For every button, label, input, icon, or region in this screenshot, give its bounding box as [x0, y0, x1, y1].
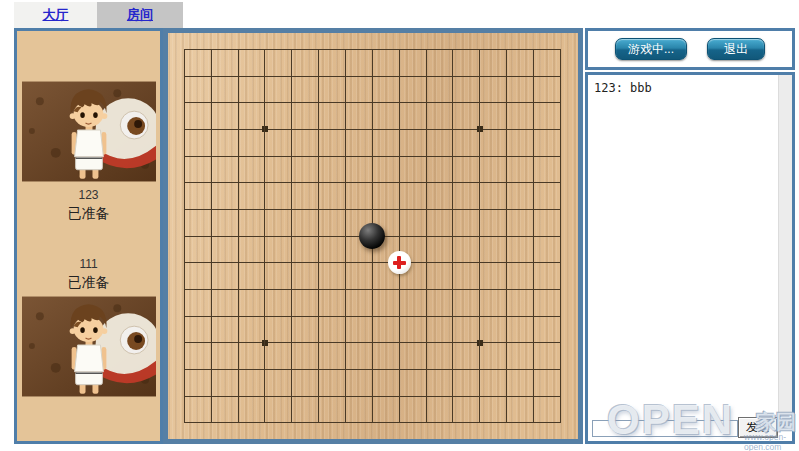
- intersection-g5[interactable]: [332, 303, 359, 330]
- intersection-f5[interactable]: [305, 303, 332, 330]
- intersection-m4[interactable]: [493, 330, 520, 357]
- intersection-g8[interactable]: [332, 223, 359, 250]
- intersection-j4[interactable]: [413, 330, 440, 357]
- tab-room[interactable]: 房间: [97, 2, 183, 28]
- intersection-k6[interactable]: [439, 276, 466, 303]
- intersection-b2[interactable]: [198, 383, 225, 410]
- intersection-k12[interactable]: [439, 116, 466, 143]
- intersection-h14[interactable]: [359, 63, 386, 90]
- intersection-h1[interactable]: [359, 410, 386, 437]
- stone-black-h8: [359, 223, 385, 249]
- chat-input[interactable]: [592, 420, 738, 437]
- intersection-j14[interactable]: [413, 63, 440, 90]
- player-bottom-name: 111: [79, 258, 97, 271]
- intersection-d11[interactable]: [252, 143, 279, 170]
- intersection-h13[interactable]: [359, 89, 386, 116]
- intersection-n13[interactable]: [520, 89, 547, 116]
- intersection-h4[interactable]: [359, 330, 386, 357]
- intersection-d15[interactable]: [252, 36, 279, 63]
- intersection-c13[interactable]: [225, 89, 252, 116]
- intersection-j8[interactable]: [413, 223, 440, 250]
- intersection-h10[interactable]: [359, 169, 386, 196]
- intersection-m15[interactable]: [493, 36, 520, 63]
- intersection-g9[interactable]: [332, 196, 359, 223]
- intersection-l10[interactable]: [466, 169, 493, 196]
- intersection-a3[interactable]: [171, 356, 198, 383]
- intersection-i9[interactable]: [386, 196, 413, 223]
- intersection-f2[interactable]: [305, 383, 332, 410]
- intersection-c12[interactable]: [225, 116, 252, 143]
- intersection-g6[interactable]: [332, 276, 359, 303]
- intersection-m11[interactable]: [493, 143, 520, 170]
- intersection-m7[interactable]: [493, 250, 520, 277]
- players-panel: 123 已准备 111 已准备: [14, 28, 163, 444]
- intersection-e8[interactable]: [278, 223, 305, 250]
- game-room-window: 大厅 房间 123 已准备 111 已准备 游戏中... 退出 123: bbb…: [0, 0, 799, 451]
- intersection-a10[interactable]: [171, 169, 198, 196]
- intersection-n2[interactable]: [520, 383, 547, 410]
- move-cursor-marker: [388, 251, 411, 274]
- intersection-c10[interactable]: [225, 169, 252, 196]
- intersection-l3[interactable]: [466, 356, 493, 383]
- intersection-e9[interactable]: [278, 196, 305, 223]
- intersection-o7[interactable]: [547, 250, 574, 277]
- intersection-b11[interactable]: [198, 143, 225, 170]
- intersection-n15[interactable]: [520, 36, 547, 63]
- intersection-b9[interactable]: [198, 196, 225, 223]
- intersection-i7[interactable]: [386, 250, 413, 277]
- intersection-a12[interactable]: [171, 116, 198, 143]
- intersection-i14[interactable]: [386, 63, 413, 90]
- intersection-m2[interactable]: [493, 383, 520, 410]
- intersection-f9[interactable]: [305, 196, 332, 223]
- chat-input-row: 发送: [590, 417, 790, 439]
- intersection-n11[interactable]: [520, 143, 547, 170]
- intersection-l5[interactable]: [466, 303, 493, 330]
- board-grid: [171, 36, 574, 436]
- intersection-c11[interactable]: [225, 143, 252, 170]
- intersection-n9[interactable]: [520, 196, 547, 223]
- intersection-d1[interactable]: [252, 410, 279, 437]
- intersection-j5[interactable]: [413, 303, 440, 330]
- intersection-e2[interactable]: [278, 383, 305, 410]
- intersection-k9[interactable]: [439, 196, 466, 223]
- intersection-l13[interactable]: [466, 89, 493, 116]
- intersection-d14[interactable]: [252, 63, 279, 90]
- intersection-o13[interactable]: [547, 89, 574, 116]
- intersection-d8[interactable]: [252, 223, 279, 250]
- intersection-i8[interactable]: [386, 223, 413, 250]
- intersection-a1[interactable]: [171, 410, 198, 437]
- gomoku-board[interactable]: [163, 28, 583, 444]
- intersection-b1[interactable]: [198, 410, 225, 437]
- star-point: [477, 126, 483, 132]
- intersection-d5[interactable]: [252, 303, 279, 330]
- intersection-i5[interactable]: [386, 303, 413, 330]
- intersection-m12[interactable]: [493, 116, 520, 143]
- intersection-f1[interactable]: [305, 410, 332, 437]
- intersection-n10[interactable]: [520, 169, 547, 196]
- intersection-k2[interactable]: [439, 383, 466, 410]
- intersection-h5[interactable]: [359, 303, 386, 330]
- intersection-c8[interactable]: [225, 223, 252, 250]
- intersection-b3[interactable]: [198, 356, 225, 383]
- intersection-e3[interactable]: [278, 356, 305, 383]
- intersection-g11[interactable]: [332, 143, 359, 170]
- intersection-o2[interactable]: [547, 383, 574, 410]
- intersection-e4[interactable]: [278, 330, 305, 357]
- intersection-d4[interactable]: [252, 330, 279, 357]
- intersection-l7[interactable]: [466, 250, 493, 277]
- intersection-c15[interactable]: [225, 36, 252, 63]
- intersection-b8[interactable]: [198, 223, 225, 250]
- intersection-a15[interactable]: [171, 36, 198, 63]
- intersection-k13[interactable]: [439, 89, 466, 116]
- intersection-e1[interactable]: [278, 410, 305, 437]
- intersection-l8[interactable]: [466, 223, 493, 250]
- intersection-e15[interactable]: [278, 36, 305, 63]
- intersection-n8[interactable]: [520, 223, 547, 250]
- intersection-g2[interactable]: [332, 383, 359, 410]
- intersection-b4[interactable]: [198, 330, 225, 357]
- intersection-l11[interactable]: [466, 143, 493, 170]
- intersection-h2[interactable]: [359, 383, 386, 410]
- intersection-d3[interactable]: [252, 356, 279, 383]
- intersection-e6[interactable]: [278, 276, 305, 303]
- intersection-o4[interactable]: [547, 330, 574, 357]
- intersection-k1[interactable]: [439, 410, 466, 437]
- intersection-j7[interactable]: [413, 250, 440, 277]
- intersection-a14[interactable]: [171, 63, 198, 90]
- intersection-c14[interactable]: [225, 63, 252, 90]
- intersection-e7[interactable]: [278, 250, 305, 277]
- intersection-m10[interactable]: [493, 169, 520, 196]
- chat-panel: 123: bbb 发送: [585, 72, 795, 444]
- intersection-n5[interactable]: [520, 303, 547, 330]
- intersection-g12[interactable]: [332, 116, 359, 143]
- intersection-o10[interactable]: [547, 169, 574, 196]
- intersection-o9[interactable]: [547, 196, 574, 223]
- intersection-l4[interactable]: [466, 330, 493, 357]
- intersection-g7[interactable]: [332, 250, 359, 277]
- intersection-k11[interactable]: [439, 143, 466, 170]
- intersection-k14[interactable]: [439, 63, 466, 90]
- intersection-f10[interactable]: [305, 169, 332, 196]
- intersection-o12[interactable]: [547, 116, 574, 143]
- intersection-b10[interactable]: [198, 169, 225, 196]
- intersection-n14[interactable]: [520, 63, 547, 90]
- intersection-k10[interactable]: [439, 169, 466, 196]
- intersection-a9[interactable]: [171, 196, 198, 223]
- intersection-d9[interactable]: [252, 196, 279, 223]
- intersection-f8[interactable]: [305, 223, 332, 250]
- intersection-i3[interactable]: [386, 356, 413, 383]
- intersection-a11[interactable]: [171, 143, 198, 170]
- intersection-j3[interactable]: [413, 356, 440, 383]
- intersection-g3[interactable]: [332, 356, 359, 383]
- intersection-f14[interactable]: [305, 63, 332, 90]
- avatar-player-bottom: [22, 296, 156, 397]
- intersection-j9[interactable]: [413, 196, 440, 223]
- intersection-f6[interactable]: [305, 276, 332, 303]
- intersection-a4[interactable]: [171, 330, 198, 357]
- intersection-e5[interactable]: [278, 303, 305, 330]
- star-point: [262, 126, 268, 132]
- intersection-a2[interactable]: [171, 383, 198, 410]
- intersection-k8[interactable]: [439, 223, 466, 250]
- intersection-a13[interactable]: [171, 89, 198, 116]
- intersection-k3[interactable]: [439, 356, 466, 383]
- intersection-l12[interactable]: [466, 116, 493, 143]
- intersection-j15[interactable]: [413, 36, 440, 63]
- intersection-b13[interactable]: [198, 89, 225, 116]
- intersection-n7[interactable]: [520, 250, 547, 277]
- intersection-j13[interactable]: [413, 89, 440, 116]
- intersection-m9[interactable]: [493, 196, 520, 223]
- intersection-h8[interactable]: [359, 223, 386, 250]
- intersection-f3[interactable]: [305, 356, 332, 383]
- intersection-o3[interactable]: [547, 356, 574, 383]
- intersection-k4[interactable]: [439, 330, 466, 357]
- intersection-l9[interactable]: [466, 196, 493, 223]
- intersection-g14[interactable]: [332, 63, 359, 90]
- room-controls: 游戏中... 退出: [585, 28, 795, 70]
- exit-button[interactable]: 退出: [707, 38, 765, 60]
- intersection-g4[interactable]: [332, 330, 359, 357]
- intersection-d10[interactable]: [252, 169, 279, 196]
- intersection-h6[interactable]: [359, 276, 386, 303]
- send-button[interactable]: 发送: [738, 417, 778, 438]
- intersection-d6[interactable]: [252, 276, 279, 303]
- player-bottom-status: 已准备: [68, 274, 110, 290]
- intersection-h3[interactable]: [359, 356, 386, 383]
- intersection-c2[interactable]: [225, 383, 252, 410]
- intersection-o6[interactable]: [547, 276, 574, 303]
- intersection-f11[interactable]: [305, 143, 332, 170]
- intersection-l14[interactable]: [466, 63, 493, 90]
- intersection-m1[interactable]: [493, 410, 520, 437]
- intersection-h7[interactable]: [359, 250, 386, 277]
- intersection-i10[interactable]: [386, 169, 413, 196]
- tab-lobby[interactable]: 大厅: [14, 2, 97, 28]
- intersection-c3[interactable]: [225, 356, 252, 383]
- intersection-h9[interactable]: [359, 196, 386, 223]
- intersection-e13[interactable]: [278, 89, 305, 116]
- intersection-e11[interactable]: [278, 143, 305, 170]
- intersection-c6[interactable]: [225, 276, 252, 303]
- intersection-c1[interactable]: [225, 410, 252, 437]
- intersection-a7[interactable]: [171, 250, 198, 277]
- intersection-b5[interactable]: [198, 303, 225, 330]
- intersection-h11[interactable]: [359, 143, 386, 170]
- intersection-b7[interactable]: [198, 250, 225, 277]
- intersection-d12[interactable]: [252, 116, 279, 143]
- intersection-a6[interactable]: [171, 276, 198, 303]
- intersection-n6[interactable]: [520, 276, 547, 303]
- intersection-g1[interactable]: [332, 410, 359, 437]
- chat-scrollbar[interactable]: [778, 75, 792, 415]
- intersection-f12[interactable]: [305, 116, 332, 143]
- tab-bar: 大厅 房间: [14, 2, 183, 28]
- intersection-i13[interactable]: [386, 89, 413, 116]
- intersection-n4[interactable]: [520, 330, 547, 357]
- intersection-j2[interactable]: [413, 383, 440, 410]
- chat-message: 123: bbb: [594, 81, 772, 95]
- chat-log[interactable]: 123: bbb: [588, 75, 778, 415]
- intersection-k15[interactable]: [439, 36, 466, 63]
- intersection-j1[interactable]: [413, 410, 440, 437]
- game-state-button[interactable]: 游戏中...: [615, 38, 687, 60]
- intersection-o1[interactable]: [547, 410, 574, 437]
- intersection-h15[interactable]: [359, 36, 386, 63]
- intersection-l1[interactable]: [466, 410, 493, 437]
- avatar-player-top: [22, 81, 156, 182]
- intersection-m13[interactable]: [493, 89, 520, 116]
- intersection-m14[interactable]: [493, 63, 520, 90]
- intersection-j12[interactable]: [413, 116, 440, 143]
- star-point: [477, 340, 483, 346]
- intersection-d7[interactable]: [252, 250, 279, 277]
- intersection-n3[interactable]: [520, 356, 547, 383]
- intersection-b12[interactable]: [198, 116, 225, 143]
- intersection-a8[interactable]: [171, 223, 198, 250]
- intersection-g15[interactable]: [332, 36, 359, 63]
- intersection-b6[interactable]: [198, 276, 225, 303]
- intersection-f13[interactable]: [305, 89, 332, 116]
- intersection-i2[interactable]: [386, 383, 413, 410]
- star-point: [262, 340, 268, 346]
- intersection-j11[interactable]: [413, 143, 440, 170]
- intersection-d2[interactable]: [252, 383, 279, 410]
- intersection-e12[interactable]: [278, 116, 305, 143]
- intersection-i6[interactable]: [386, 276, 413, 303]
- intersection-k7[interactable]: [439, 250, 466, 277]
- intersection-g10[interactable]: [332, 169, 359, 196]
- intersection-o14[interactable]: [547, 63, 574, 90]
- intersection-o5[interactable]: [547, 303, 574, 330]
- intersection-l6[interactable]: [466, 276, 493, 303]
- intersection-a5[interactable]: [171, 303, 198, 330]
- intersection-c9[interactable]: [225, 196, 252, 223]
- intersection-h12[interactable]: [359, 116, 386, 143]
- intersection-e10[interactable]: [278, 169, 305, 196]
- intersection-o15[interactable]: [547, 36, 574, 63]
- intersection-c4[interactable]: [225, 330, 252, 357]
- intersection-m3[interactable]: [493, 356, 520, 383]
- intersection-l15[interactable]: [466, 36, 493, 63]
- intersection-e14[interactable]: [278, 63, 305, 90]
- avatar-boy-illustration: [22, 81, 156, 182]
- intersection-m5[interactable]: [493, 303, 520, 330]
- player-top-status: 已准备: [68, 205, 110, 221]
- intersection-f4[interactable]: [305, 330, 332, 357]
- intersection-o11[interactable]: [547, 143, 574, 170]
- intersection-m6[interactable]: [493, 276, 520, 303]
- intersection-n1[interactable]: [520, 410, 547, 437]
- intersection-o8[interactable]: [547, 223, 574, 250]
- intersection-n12[interactable]: [520, 116, 547, 143]
- intersection-i15[interactable]: [386, 36, 413, 63]
- intersection-g13[interactable]: [332, 89, 359, 116]
- intersection-m8[interactable]: [493, 223, 520, 250]
- intersection-b14[interactable]: [198, 63, 225, 90]
- intersection-l2[interactable]: [466, 383, 493, 410]
- intersection-c7[interactable]: [225, 250, 252, 277]
- intersection-i11[interactable]: [386, 143, 413, 170]
- intersection-f7[interactable]: [305, 250, 332, 277]
- intersection-b15[interactable]: [198, 36, 225, 63]
- avatar-boy-illustration: [22, 296, 156, 397]
- intersection-f15[interactable]: [305, 36, 332, 63]
- intersection-d13[interactable]: [252, 89, 279, 116]
- intersection-j10[interactable]: [413, 169, 440, 196]
- intersection-i12[interactable]: [386, 116, 413, 143]
- intersection-i4[interactable]: [386, 330, 413, 357]
- intersection-i1[interactable]: [386, 410, 413, 437]
- intersection-k5[interactable]: [439, 303, 466, 330]
- intersection-c5[interactable]: [225, 303, 252, 330]
- intersection-j6[interactable]: [413, 276, 440, 303]
- player-top-name: 123: [78, 189, 98, 202]
